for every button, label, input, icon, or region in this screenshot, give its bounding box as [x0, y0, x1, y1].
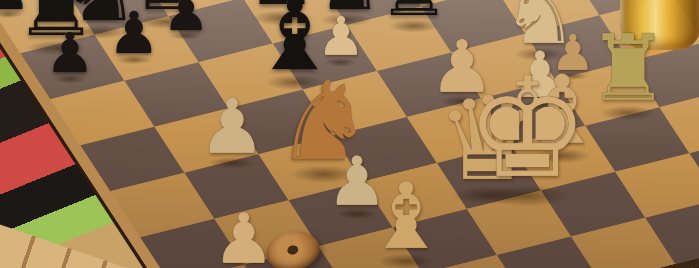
piece-white-king-e1[interactable]: ♚	[465, 60, 589, 198]
piece-black-pawn-d7[interactable]: ♟	[163, 0, 210, 38]
photo-frame: ♟♜♞♛♚♞♜♟♟♟♝♟♞♟♟♟♜♝♚♛♝♟♟♟♞	[0, 0, 699, 268]
piece-black-pawn-c7[interactable]: ♟	[108, 4, 160, 62]
piece-base-dot	[287, 245, 300, 256]
piece-black-pawn-b7[interactable]: ♟	[45, 26, 94, 81]
piece-white-pawn-b4[interactable]: ♟	[198, 89, 266, 165]
piece-white-pawn-a2[interactable]: ♟	[213, 204, 276, 268]
piece-white-bishop-d2[interactable]: ♝	[365, 171, 447, 263]
